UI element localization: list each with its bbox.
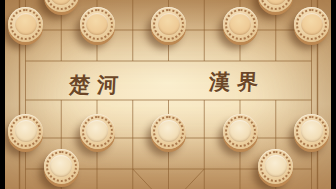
- hidden-piece[interactable]: [44, 0, 79, 12]
- pieces-layer: [0, 0, 336, 189]
- letterbox-left: [0, 0, 5, 189]
- hidden-piece[interactable]: [80, 7, 115, 42]
- hidden-piece[interactable]: [80, 114, 115, 149]
- hidden-piece[interactable]: [223, 7, 258, 42]
- hidden-piece[interactable]: [8, 114, 43, 149]
- hidden-piece[interactable]: [258, 149, 293, 184]
- hidden-piece[interactable]: [44, 149, 79, 184]
- letterbox-right: [331, 0, 336, 189]
- hidden-piece[interactable]: [151, 114, 186, 149]
- hidden-piece[interactable]: [294, 114, 329, 149]
- hidden-piece[interactable]: [294, 7, 329, 42]
- hidden-piece[interactable]: [8, 7, 43, 42]
- hidden-piece[interactable]: [223, 114, 258, 149]
- hidden-piece[interactable]: [258, 0, 293, 12]
- hidden-piece[interactable]: [151, 7, 186, 42]
